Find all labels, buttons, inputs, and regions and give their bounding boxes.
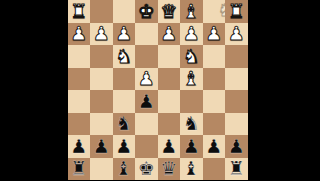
square-e5[interactable]: ♟ bbox=[135, 90, 158, 113]
square-c5[interactable] bbox=[180, 90, 203, 113]
square-g7[interactable]: ♟ bbox=[90, 135, 113, 158]
square-f2[interactable]: ♟ bbox=[113, 23, 136, 46]
black-queen-d8[interactable]: ♛ bbox=[160, 159, 177, 178]
square-c1[interactable]: ♝ bbox=[180, 0, 203, 23]
square-d8[interactable]: ♛ bbox=[158, 158, 181, 181]
square-f4[interactable] bbox=[113, 68, 136, 91]
square-e1[interactable]: ♚ bbox=[135, 0, 158, 23]
chess-board: ♜♚♛♝♞♜♟♟♟♟♟♟♟♞♞♟♝♟♞♞♟♟♟♟♟♟♟♜♝♚♛♝♜ bbox=[68, 0, 248, 180]
square-f1[interactable] bbox=[113, 0, 136, 23]
square-c3[interactable]: ♞ bbox=[180, 45, 203, 68]
black-pawn-h7[interactable]: ♟ bbox=[70, 137, 87, 156]
black-rook-a8[interactable]: ♜ bbox=[228, 159, 245, 178]
square-a3[interactable] bbox=[225, 45, 248, 68]
square-b1[interactable]: ♞ bbox=[203, 0, 226, 23]
white-pawn-h2[interactable]: ♟ bbox=[70, 24, 87, 43]
white-pawn-g2[interactable]: ♟ bbox=[93, 24, 110, 43]
square-b2[interactable]: ♟ bbox=[203, 23, 226, 46]
black-bishop-f8[interactable]: ♝ bbox=[115, 159, 132, 178]
square-b5[interactable] bbox=[203, 90, 226, 113]
white-bishop-c1[interactable]: ♝ bbox=[183, 2, 200, 21]
square-g3[interactable] bbox=[90, 45, 113, 68]
black-pawn-e5[interactable]: ♟ bbox=[138, 92, 155, 111]
white-pawn-e4[interactable]: ♟ bbox=[138, 69, 155, 88]
square-d5[interactable] bbox=[158, 90, 181, 113]
square-h7[interactable]: ♟ bbox=[68, 135, 91, 158]
square-g8[interactable] bbox=[90, 158, 113, 181]
square-b4[interactable] bbox=[203, 68, 226, 91]
black-bishop-c8[interactable]: ♝ bbox=[183, 159, 200, 178]
square-f5[interactable] bbox=[113, 90, 136, 113]
square-f8[interactable]: ♝ bbox=[113, 158, 136, 181]
square-c7[interactable]: ♟ bbox=[180, 135, 203, 158]
square-g4[interactable] bbox=[90, 68, 113, 91]
square-a2[interactable]: ♟ bbox=[225, 23, 248, 46]
square-a8[interactable]: ♜ bbox=[225, 158, 248, 181]
square-h4[interactable] bbox=[68, 68, 91, 91]
black-rook-h8[interactable]: ♜ bbox=[70, 159, 87, 178]
square-h3[interactable] bbox=[68, 45, 91, 68]
white-pawn-f2[interactable]: ♟ bbox=[115, 24, 132, 43]
square-h5[interactable] bbox=[68, 90, 91, 113]
black-pawn-f7[interactable]: ♟ bbox=[115, 137, 132, 156]
square-d4[interactable] bbox=[158, 68, 181, 91]
square-b6[interactable] bbox=[203, 113, 226, 136]
square-c6[interactable]: ♞ bbox=[180, 113, 203, 136]
square-h6[interactable] bbox=[68, 113, 91, 136]
square-a1[interactable]: ♜ bbox=[225, 0, 248, 23]
white-pawn-b2[interactable]: ♟ bbox=[205, 24, 222, 43]
square-h1[interactable]: ♜ bbox=[68, 0, 91, 23]
square-a6[interactable] bbox=[225, 113, 248, 136]
white-bishop-c4[interactable]: ♝ bbox=[183, 69, 200, 88]
square-g6[interactable] bbox=[90, 113, 113, 136]
square-h2[interactable]: ♟ bbox=[68, 23, 91, 46]
white-king-e1[interactable]: ♚ bbox=[138, 2, 155, 21]
square-d2[interactable]: ♟ bbox=[158, 23, 181, 46]
white-pawn-c2[interactable]: ♟ bbox=[183, 24, 200, 43]
square-e6[interactable] bbox=[135, 113, 158, 136]
square-b8[interactable] bbox=[203, 158, 226, 181]
white-pawn-a2[interactable]: ♟ bbox=[228, 24, 245, 43]
square-f7[interactable]: ♟ bbox=[113, 135, 136, 158]
square-c4[interactable]: ♝ bbox=[180, 68, 203, 91]
square-g1[interactable] bbox=[90, 0, 113, 23]
square-d1[interactable]: ♛ bbox=[158, 0, 181, 23]
black-pawn-b7[interactable]: ♟ bbox=[205, 137, 222, 156]
square-e8[interactable]: ♚ bbox=[135, 158, 158, 181]
white-rook-a1[interactable]: ♜ bbox=[228, 2, 245, 21]
square-a4[interactable] bbox=[225, 68, 248, 91]
square-b3[interactable] bbox=[203, 45, 226, 68]
letterbox-right bbox=[248, 0, 320, 180]
white-knight-c3[interactable]: ♞ bbox=[183, 47, 200, 66]
black-pawn-d7[interactable]: ♟ bbox=[160, 137, 177, 156]
square-e2[interactable] bbox=[135, 23, 158, 46]
square-e4[interactable]: ♟ bbox=[135, 68, 158, 91]
white-queen-d1[interactable]: ♛ bbox=[160, 2, 177, 21]
square-b7[interactable]: ♟ bbox=[203, 135, 226, 158]
black-king-e8[interactable]: ♚ bbox=[138, 159, 155, 178]
white-pawn-d2[interactable]: ♟ bbox=[160, 24, 177, 43]
square-d3[interactable] bbox=[158, 45, 181, 68]
square-a5[interactable] bbox=[225, 90, 248, 113]
square-f6[interactable]: ♞ bbox=[113, 113, 136, 136]
white-rook-h1[interactable]: ♜ bbox=[70, 2, 87, 21]
square-e7[interactable] bbox=[135, 135, 158, 158]
black-pawn-a7[interactable]: ♟ bbox=[228, 137, 245, 156]
letterbox-left bbox=[0, 0, 68, 180]
black-pawn-g7[interactable]: ♟ bbox=[93, 137, 110, 156]
square-g5[interactable] bbox=[90, 90, 113, 113]
square-f3[interactable]: ♞ bbox=[113, 45, 136, 68]
black-knight-c6[interactable]: ♞ bbox=[183, 114, 200, 133]
black-knight-f6[interactable]: ♞ bbox=[115, 114, 132, 133]
square-d7[interactable]: ♟ bbox=[158, 135, 181, 158]
square-e3[interactable] bbox=[135, 45, 158, 68]
square-g2[interactable]: ♟ bbox=[90, 23, 113, 46]
square-h8[interactable]: ♜ bbox=[68, 158, 91, 181]
square-d6[interactable] bbox=[158, 113, 181, 136]
square-c8[interactable]: ♝ bbox=[180, 158, 203, 181]
black-pawn-c7[interactable]: ♟ bbox=[183, 137, 200, 156]
white-knight-f3[interactable]: ♞ bbox=[115, 47, 132, 66]
square-a7[interactable]: ♟ bbox=[225, 135, 248, 158]
square-c2[interactable]: ♟ bbox=[180, 23, 203, 46]
